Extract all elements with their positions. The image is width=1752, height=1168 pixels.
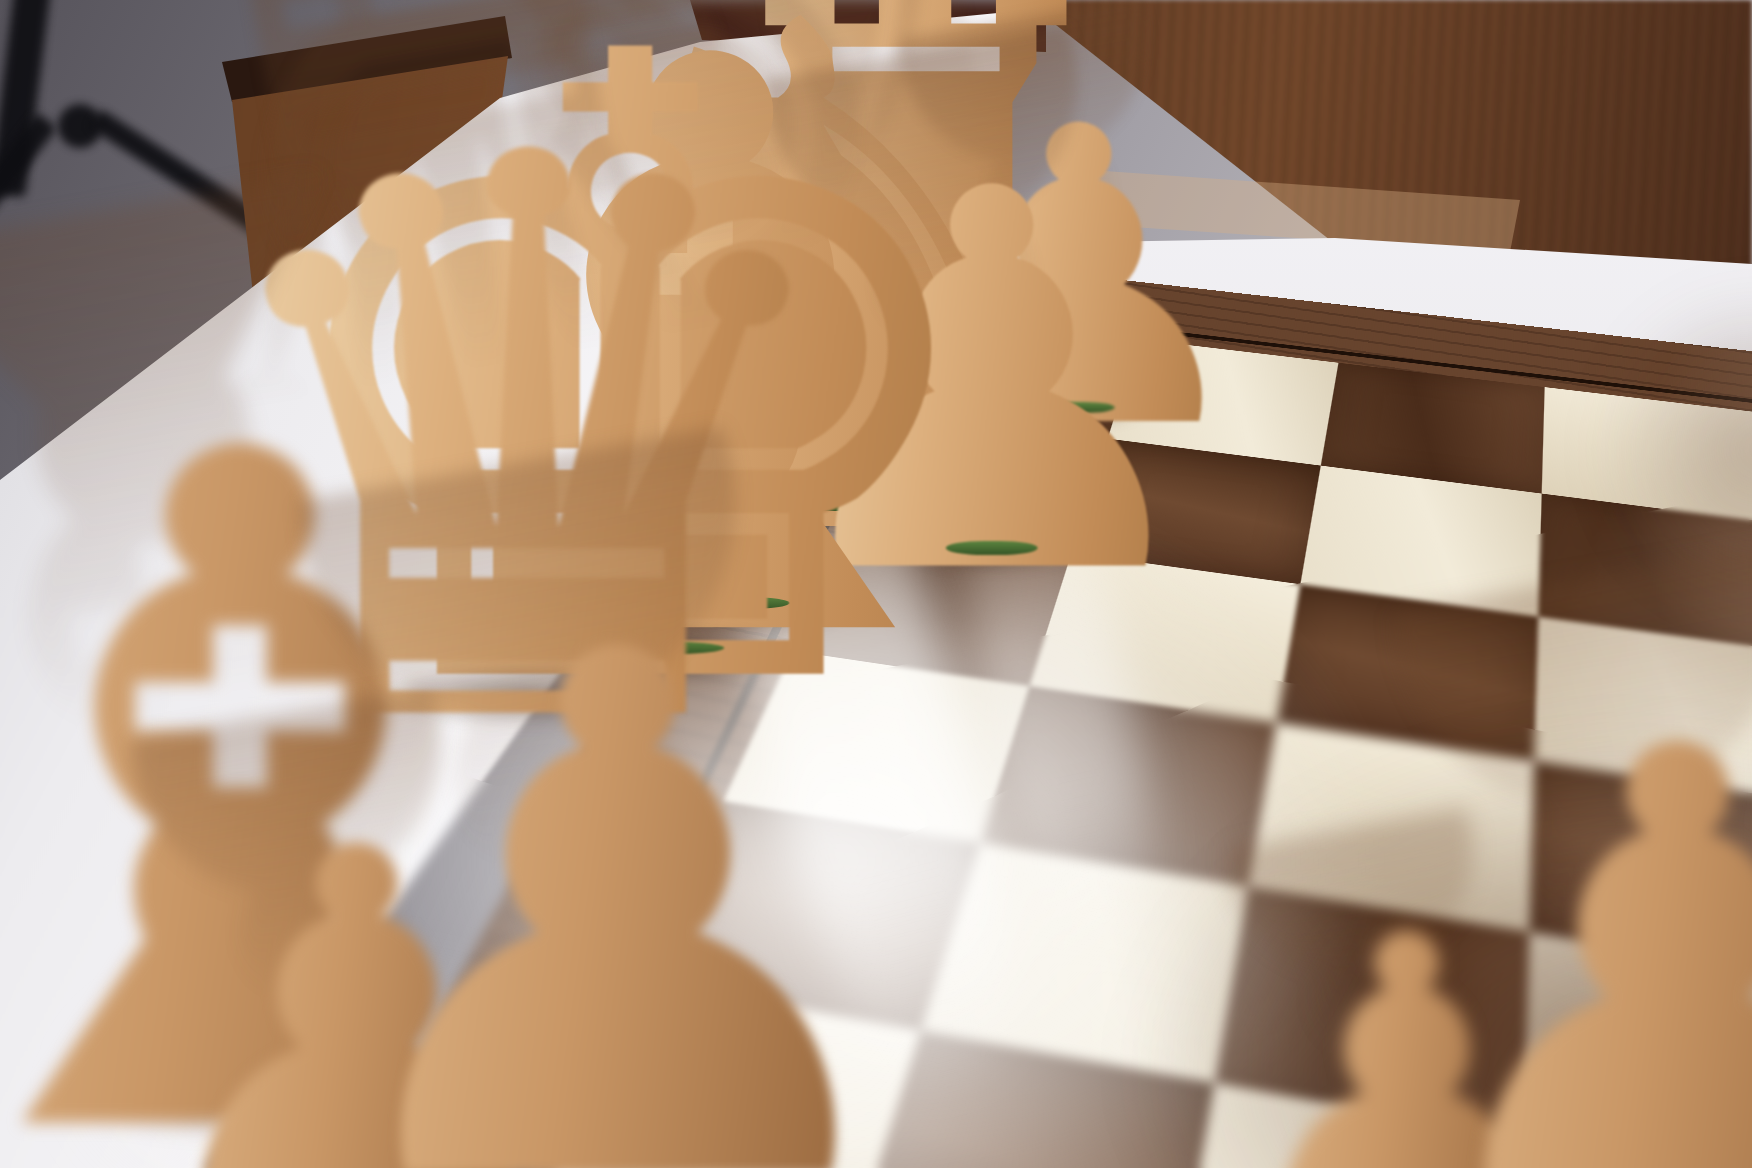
piece-glyph-knight: ♞ [508,0,1136,634]
piece-reflection: ♟ [1281,431,1752,1168]
piece-reflection: ♞ [391,0,1131,478]
pieces-layer: ♝♝♟♟♟♟♛♛♚♚♝♝♞♞♜♜♟♟♟♟♟♟♟♟ [0,0,1752,1168]
piece-contact-shadow [696,485,948,535]
piece-reflection: ♚ [101,0,1010,616]
piece-glyph-pawn: ♟ [758,123,1227,646]
piece-contact-shadow [464,622,795,688]
piece-reflection: ♟ [40,596,584,1168]
piece-glyph-pawn: ♟ [1388,665,1752,1168]
piece-reflection: ♟ [172,298,938,1125]
piece-glyph-pawn: ♟ [126,783,588,1168]
piece-contact-shadow [823,342,1010,379]
piece-contact-shadow [568,582,851,639]
piece-glyph-king: ♚ [245,0,1016,807]
piece-glyph-pawn: ♟ [895,74,1263,484]
piece-reflection: ♟ [670,0,1223,530]
piece-reflection: ♜ [587,0,1152,336]
piece-reflection: ♝ [224,0,1059,574]
piece-felt-base [1043,402,1115,413]
piece-contact-shadow [910,537,1073,570]
piece-felt-base [630,596,790,610]
piece-felt-base [863,348,969,362]
piece-contact-shadow [378,666,677,726]
piece-glyph-queen: ♛ [180,58,875,833]
piece-contact-shadow [72,1068,408,1135]
piece-glyph-rook: ♜ [676,0,1156,455]
piece-felt-base [946,541,1038,555]
piece-felt-base [536,641,724,655]
piece-reflection: ♛ [50,0,869,660]
piece-contact-shadow [1015,399,1143,425]
piece-glyph-bishop: ♝ [356,0,1064,749]
piece-glyph-pawn: ♟ [1224,883,1590,1168]
photo-stage: ♝♝♟♟♟♟♛♛♚♚♝♝♞♞♜♜♟♟♟♟♟♟♟♟ [0,0,1752,1168]
piece-reflection: ♟ [1156,735,1587,1168]
piece-reflection: ♟ [827,0,1260,393]
piece-glyph-pawn: ♟ [293,561,943,1168]
piece-glyph-bishop: ♝ [0,335,657,1168]
piece-contact-shadow [505,1135,732,1168]
piece-felt-base [751,497,894,511]
piece-reflection: ♝ [0,0,651,1059]
